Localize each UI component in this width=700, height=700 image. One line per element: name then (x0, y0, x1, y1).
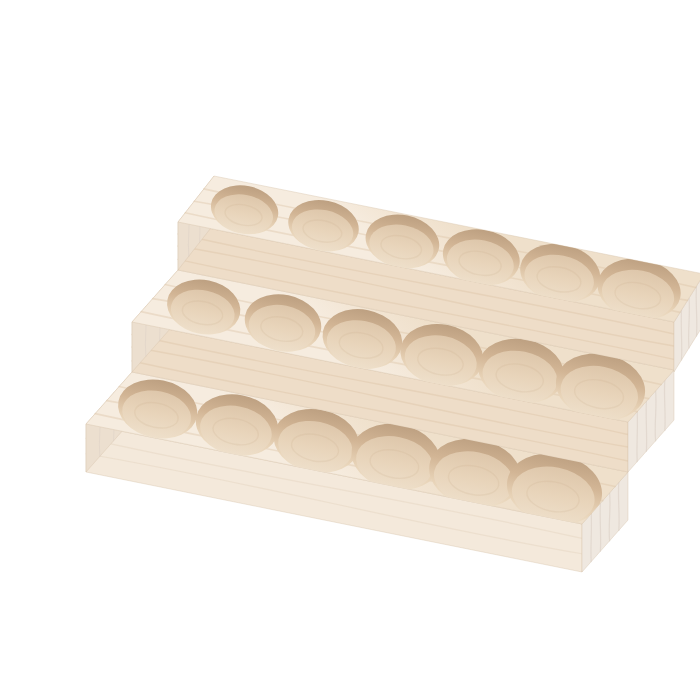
product-photo-wooden-tiered-rack (40, 16, 700, 700)
tier2-right-end-grain-line (664, 380, 665, 430)
tier1-right-end-grain-line (600, 503, 601, 551)
tier1-right-end-grain-line (591, 514, 592, 562)
tier2-right-end-grain-line (637, 412, 638, 462)
tier3-right-end-grain-line (681, 310, 682, 360)
tier2-right-end-grain-line (646, 401, 647, 451)
tier3-right-end-grain-line (696, 286, 697, 336)
board-svg (40, 16, 700, 700)
tier1-right-end-grain-line (618, 482, 619, 530)
